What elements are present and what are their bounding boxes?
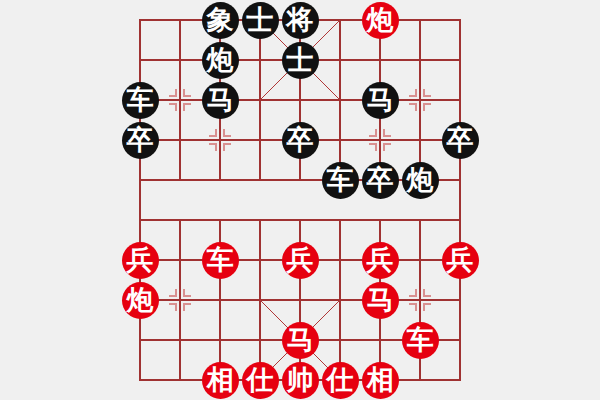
piece-red-soldier[interactable]: 兵 [282, 242, 319, 279]
board-point-c2-r5[interactable] [200, 200, 240, 240]
board-point-c7-r8[interactable]: 车 [400, 320, 440, 360]
piece-black-soldier[interactable]: 卒 [122, 122, 159, 159]
board-point-c3-r1[interactable] [240, 40, 280, 80]
board-point-c7-r2[interactable] [400, 80, 440, 120]
piece-black-cannon[interactable]: 炮 [402, 162, 439, 199]
board-point-c1-r0[interactable] [160, 0, 200, 40]
board-point-c7-r4[interactable]: 炮 [400, 160, 440, 200]
piece-red-chariot[interactable]: 车 [202, 242, 239, 279]
board-point-c7-r9[interactable] [400, 360, 440, 400]
board-point-c4-r1[interactable]: 士 [280, 40, 320, 80]
piece-red-soldier[interactable]: 兵 [362, 242, 399, 279]
board-point-c4-r5[interactable] [280, 200, 320, 240]
board-point-c2-r1[interactable]: 炮 [200, 40, 240, 80]
piece-red-soldier[interactable]: 兵 [122, 242, 159, 279]
board-point-c3-r0[interactable]: 士 [240, 0, 280, 40]
piece-black-cannon[interactable]: 炮 [202, 42, 239, 79]
piece-black-chariot[interactable]: 车 [322, 162, 359, 199]
board-point-c3-r2[interactable] [240, 80, 280, 120]
board-point-c6-r9[interactable]: 相 [360, 360, 400, 400]
board-point-c7-r0[interactable] [400, 0, 440, 40]
piece-black-horse[interactable]: 马 [362, 82, 399, 119]
xiangqi-board: 象士将炮炮士车马马卒卒卒车卒炮兵车兵兵兵炮马马车相仕帅仕相 [0, 0, 600, 400]
board-point-c5-r9[interactable]: 仕 [320, 360, 360, 400]
board-point-c7-r3[interactable] [400, 120, 440, 160]
board-point-c4-r4[interactable] [280, 160, 320, 200]
piece-red-horse[interactable]: 马 [282, 322, 319, 359]
board-point-c8-r4[interactable] [440, 160, 480, 200]
board-point-c5-r0[interactable] [320, 0, 360, 40]
board-point-c0-r3[interactable]: 卒 [120, 120, 160, 160]
board-point-c3-r9[interactable]: 仕 [240, 360, 280, 400]
board-point-c4-r2[interactable] [280, 80, 320, 120]
board-point-c6-r1[interactable] [360, 40, 400, 80]
piece-black-chariot[interactable]: 车 [122, 82, 159, 119]
board-point-c2-r9[interactable]: 相 [200, 360, 240, 400]
board-point-c4-r8[interactable]: 马 [280, 320, 320, 360]
board-point-c2-r3[interactable] [200, 120, 240, 160]
board-point-c0-r9[interactable] [120, 360, 160, 400]
board-point-c6-r7[interactable]: 马 [360, 280, 400, 320]
piece-red-soldier[interactable]: 兵 [442, 242, 479, 279]
board-point-c1-r5[interactable] [160, 200, 200, 240]
board-point-c0-r8[interactable] [120, 320, 160, 360]
piece-black-soldier[interactable]: 卒 [282, 122, 319, 159]
board-point-c6-r8[interactable] [360, 320, 400, 360]
board-point-c5-r3[interactable] [320, 120, 360, 160]
board-point-c0-r2[interactable]: 车 [120, 80, 160, 120]
board-point-c6-r4[interactable]: 卒 [360, 160, 400, 200]
board-point-c2-r2[interactable]: 马 [200, 80, 240, 120]
board-point-c2-r6[interactable]: 车 [200, 240, 240, 280]
board-point-c5-r1[interactable] [320, 40, 360, 80]
piece-red-chariot[interactable]: 车 [402, 322, 439, 359]
board-point-c7-r7[interactable] [400, 280, 440, 320]
board-point-c6-r2[interactable]: 马 [360, 80, 400, 120]
board-point-c4-r7[interactable] [280, 280, 320, 320]
board-point-c1-r9[interactable] [160, 360, 200, 400]
board-point-c8-r2[interactable] [440, 80, 480, 120]
piece-black-advisor[interactable]: 士 [282, 42, 319, 79]
board-point-c3-r4[interactable] [240, 160, 280, 200]
board-point-c2-r7[interactable] [200, 280, 240, 320]
board-point-c6-r3[interactable] [360, 120, 400, 160]
board-grid: 象士将炮炮士车马马卒卒卒车卒炮兵车兵兵兵炮马马车相仕帅仕相 [120, 0, 480, 400]
piece-red-general[interactable]: 帅 [282, 362, 319, 399]
board-point-c0-r0[interactable] [120, 0, 160, 40]
board-point-c1-r1[interactable] [160, 40, 200, 80]
board-point-c5-r5[interactable] [320, 200, 360, 240]
board-point-c1-r6[interactable] [160, 240, 200, 280]
board-point-c3-r5[interactable] [240, 200, 280, 240]
board-point-c8-r9[interactable] [440, 360, 480, 400]
board-point-c8-r0[interactable] [440, 0, 480, 40]
board-point-c4-r9[interactable]: 帅 [280, 360, 320, 400]
board-point-c4-r6[interactable]: 兵 [280, 240, 320, 280]
board-point-c2-r0[interactable]: 象 [200, 0, 240, 40]
piece-red-elephant[interactable]: 相 [202, 362, 239, 399]
board-point-c1-r2[interactable] [160, 80, 200, 120]
board-point-c8-r7[interactable] [440, 280, 480, 320]
piece-black-soldier[interactable]: 卒 [442, 122, 479, 159]
piece-black-general[interactable]: 将 [282, 2, 319, 39]
board-point-c3-r7[interactable] [240, 280, 280, 320]
board-point-c5-r7[interactable] [320, 280, 360, 320]
board-point-c1-r7[interactable] [160, 280, 200, 320]
board-point-c3-r6[interactable] [240, 240, 280, 280]
board-point-c6-r5[interactable] [360, 200, 400, 240]
piece-black-soldier[interactable]: 卒 [362, 162, 399, 199]
piece-red-advisor[interactable]: 仕 [322, 362, 359, 399]
board-point-c1-r3[interactable] [160, 120, 200, 160]
piece-black-horse[interactable]: 马 [202, 82, 239, 119]
board-point-c8-r8[interactable] [440, 320, 480, 360]
board-point-c0-r6[interactable]: 兵 [120, 240, 160, 280]
board-point-c0-r4[interactable] [120, 160, 160, 200]
board-point-c5-r8[interactable] [320, 320, 360, 360]
piece-red-cannon[interactable]: 炮 [362, 2, 399, 39]
piece-red-advisor[interactable]: 仕 [242, 362, 279, 399]
piece-black-elephant[interactable]: 象 [202, 2, 239, 39]
piece-black-advisor[interactable]: 士 [242, 2, 279, 39]
board-point-c7-r6[interactable] [400, 240, 440, 280]
board-point-c4-r3[interactable]: 卒 [280, 120, 320, 160]
board-point-c3-r3[interactable] [240, 120, 280, 160]
board-point-c7-r1[interactable] [400, 40, 440, 80]
board-point-c8-r5[interactable] [440, 200, 480, 240]
board-point-c0-r5[interactable] [120, 200, 160, 240]
board-point-c5-r2[interactable] [320, 80, 360, 120]
board-point-c2-r4[interactable] [200, 160, 240, 200]
board-point-c8-r1[interactable] [440, 40, 480, 80]
board-point-c7-r5[interactable] [400, 200, 440, 240]
board-point-c0-r7[interactable]: 炮 [120, 280, 160, 320]
piece-red-horse[interactable]: 马 [362, 282, 399, 319]
piece-red-cannon[interactable]: 炮 [122, 282, 159, 319]
board-point-c4-r0[interactable]: 将 [280, 0, 320, 40]
board-point-c8-r3[interactable]: 卒 [440, 120, 480, 160]
piece-red-elephant[interactable]: 相 [362, 362, 399, 399]
board-point-c6-r0[interactable]: 炮 [360, 0, 400, 40]
board-point-c6-r6[interactable]: 兵 [360, 240, 400, 280]
board-point-c8-r6[interactable]: 兵 [440, 240, 480, 280]
board-point-c0-r1[interactable] [120, 40, 160, 80]
board-point-c5-r4[interactable]: 车 [320, 160, 360, 200]
board-point-c1-r8[interactable] [160, 320, 200, 360]
board-point-c5-r6[interactable] [320, 240, 360, 280]
board-point-c3-r8[interactable] [240, 320, 280, 360]
board-point-c1-r4[interactable] [160, 160, 200, 200]
board-point-c2-r8[interactable] [200, 320, 240, 360]
